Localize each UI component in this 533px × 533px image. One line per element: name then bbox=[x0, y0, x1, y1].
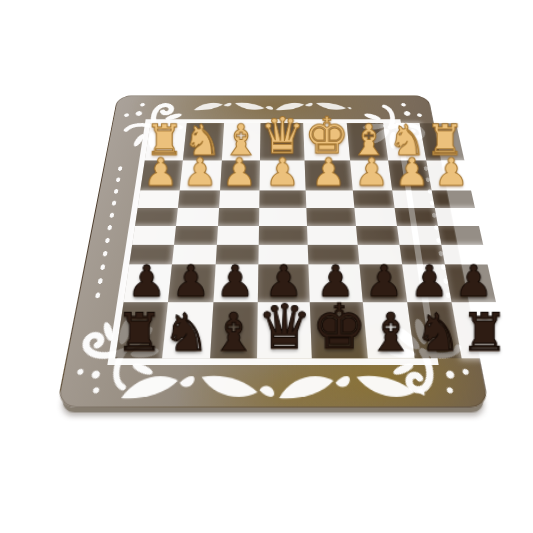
white-pawn[interactable]: ♟ bbox=[143, 153, 177, 191]
square-r4c0[interactable] bbox=[132, 226, 176, 245]
square-r2c6[interactable] bbox=[392, 191, 435, 208]
photo-canvas: ♜♞♝♛♚♝♞♜♟♟♟♟♟♟♟♟♟♟♟♟♟♟♟♟♜♞♝♛♚♝♞♜ bbox=[0, 0, 533, 533]
square-r4c4[interactable] bbox=[307, 226, 357, 245]
black-pawn[interactable]: ♟ bbox=[454, 259, 493, 302]
white-knight[interactable]: ♞ bbox=[388, 119, 426, 162]
white-pawn[interactable]: ♟ bbox=[312, 153, 346, 191]
corner-flourish-icon bbox=[98, 86, 209, 169]
square-r2c5[interactable] bbox=[352, 191, 394, 208]
bead-dot-line-icon bbox=[94, 163, 124, 298]
square-r1c0[interactable]: ♟ bbox=[140, 161, 183, 191]
square-r1c5[interactable]: ♟ bbox=[350, 161, 392, 191]
white-king[interactable]: ♚ bbox=[305, 111, 350, 161]
leaf-scroll-icon bbox=[114, 369, 432, 404]
square-r3c2[interactable] bbox=[218, 208, 260, 226]
square-r0c6[interactable]: ♞ bbox=[383, 123, 426, 160]
square-r7c4[interactable]: ♚ bbox=[310, 302, 367, 358]
square-r3c0[interactable] bbox=[135, 208, 178, 226]
square-r2c7[interactable] bbox=[432, 191, 476, 208]
chess-board[interactable]: ♜♞♝♛♚♝♞♜♟♟♟♟♟♟♟♟♟♟♟♟♟♟♟♟♜♞♝♛♚♝♞♜ bbox=[56, 96, 489, 408]
white-pawn[interactable]: ♟ bbox=[222, 153, 256, 191]
square-r4c6[interactable] bbox=[397, 226, 442, 245]
square-r4c1[interactable] bbox=[174, 226, 217, 245]
square-r1c2[interactable]: ♟ bbox=[220, 161, 260, 191]
square-r1c6[interactable]: ♟ bbox=[388, 161, 432, 191]
square-r7c0[interactable]: ♜ bbox=[115, 302, 168, 358]
square-r3c5[interactable] bbox=[354, 208, 397, 226]
square-r7c7[interactable]: ♜ bbox=[452, 302, 509, 358]
square-r4c3[interactable] bbox=[258, 226, 307, 245]
black-pawn[interactable]: ♟ bbox=[171, 259, 210, 302]
leaf-scroll-icon bbox=[191, 101, 355, 112]
white-pawn[interactable]: ♟ bbox=[394, 153, 428, 191]
black-king[interactable]: ♚ bbox=[312, 297, 367, 358]
black-rook[interactable]: ♜ bbox=[461, 306, 508, 358]
black-pawn[interactable]: ♟ bbox=[127, 259, 166, 302]
square-r1c1[interactable]: ♟ bbox=[180, 161, 221, 191]
white-pawn[interactable]: ♟ bbox=[183, 153, 217, 191]
playing-area-frame: ♜♞♝♛♚♝♞♜♟♟♟♟♟♟♟♟♟♟♟♟♟♟♟♟♜♞♝♛♚♝♞♜ bbox=[107, 119, 438, 365]
square-r7c1[interactable]: ♞ bbox=[162, 302, 213, 358]
square-r0c4[interactable]: ♚ bbox=[303, 123, 349, 160]
square-r7c2[interactable]: ♝ bbox=[210, 302, 258, 358]
square-r3c3[interactable] bbox=[259, 208, 307, 226]
square-r0c3[interactable]: ♛ bbox=[260, 123, 305, 160]
square-r0c0[interactable]: ♜ bbox=[145, 123, 187, 160]
black-pawn[interactable]: ♟ bbox=[216, 259, 255, 302]
black-knight[interactable]: ♞ bbox=[163, 306, 210, 358]
black-pawn[interactable]: ♟ bbox=[410, 259, 449, 302]
black-bishop[interactable]: ♝ bbox=[210, 306, 257, 358]
square-r4c5[interactable] bbox=[356, 226, 400, 245]
white-knight[interactable]: ♞ bbox=[183, 119, 221, 162]
white-bishop[interactable]: ♝ bbox=[222, 119, 260, 162]
white-pawn[interactable]: ♟ bbox=[355, 153, 389, 191]
square-r6c0[interactable]: ♟ bbox=[124, 264, 173, 302]
square-r4c7[interactable] bbox=[438, 226, 483, 245]
square-r3c6[interactable] bbox=[394, 208, 438, 226]
white-pawn[interactable]: ♟ bbox=[265, 153, 299, 191]
black-rook[interactable]: ♜ bbox=[116, 306, 163, 358]
square-r2c4[interactable] bbox=[306, 191, 354, 208]
square-r3c7[interactable] bbox=[435, 208, 479, 226]
square-r7c6[interactable]: ♞ bbox=[407, 302, 462, 358]
white-rook[interactable]: ♜ bbox=[145, 119, 183, 162]
white-queen[interactable]: ♛ bbox=[260, 111, 305, 161]
square-r2c1[interactable] bbox=[178, 191, 219, 208]
square-r3c1[interactable] bbox=[176, 208, 218, 226]
black-bishop[interactable]: ♝ bbox=[367, 306, 414, 358]
square-r7c3[interactable]: ♛ bbox=[257, 302, 312, 358]
square-r1c7[interactable]: ♟ bbox=[426, 161, 471, 191]
corner-flourish-icon bbox=[337, 86, 448, 169]
square-r1c3[interactable]: ♟ bbox=[259, 161, 306, 191]
white-bishop[interactable]: ♝ bbox=[350, 119, 388, 162]
square-r2c2[interactable] bbox=[219, 191, 260, 208]
white-pawn[interactable]: ♟ bbox=[434, 153, 468, 191]
square-r6c1[interactable]: ♟ bbox=[168, 264, 215, 302]
square-r1c4[interactable]: ♟ bbox=[305, 161, 353, 191]
black-knight[interactable]: ♞ bbox=[414, 306, 461, 358]
square-r2c0[interactable] bbox=[138, 191, 180, 208]
square-r3c4[interactable] bbox=[307, 208, 356, 226]
square-r6c7[interactable]: ♟ bbox=[445, 264, 496, 302]
square-r0c5[interactable]: ♝ bbox=[346, 123, 388, 160]
scene: ♜♞♝♛♚♝♞♜♟♟♟♟♟♟♟♟♟♟♟♟♟♟♟♟♜♞♝♛♚♝♞♜ bbox=[0, 0, 533, 533]
board-grid[interactable]: ♜♞♝♛♚♝♞♜♟♟♟♟♟♟♟♟♟♟♟♟♟♟♟♟♜♞♝♛♚♝♞♜ bbox=[115, 123, 431, 358]
square-r2c3[interactable] bbox=[259, 191, 306, 208]
square-r0c7[interactable]: ♜ bbox=[420, 123, 465, 160]
square-r0c1[interactable]: ♞ bbox=[183, 123, 224, 160]
square-r0c2[interactable]: ♝ bbox=[221, 123, 260, 160]
black-pawn[interactable]: ♟ bbox=[365, 259, 404, 302]
square-r6c2[interactable]: ♟ bbox=[213, 264, 258, 302]
square-r4c2[interactable] bbox=[216, 226, 258, 245]
white-rook[interactable]: ♜ bbox=[426, 119, 464, 162]
square-r7c5[interactable]: ♝ bbox=[362, 302, 414, 358]
square-r6c6[interactable]: ♟ bbox=[402, 264, 452, 302]
black-queen[interactable]: ♛ bbox=[257, 297, 312, 358]
